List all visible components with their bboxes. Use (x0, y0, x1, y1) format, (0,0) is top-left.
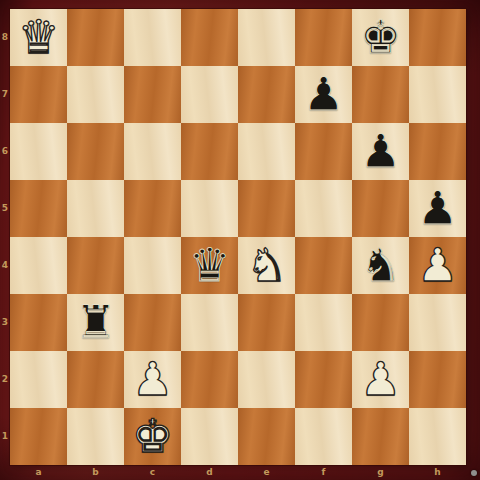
square-g6[interactable]: ♟ (352, 123, 409, 180)
black-rook[interactable]: ♜ (67, 294, 124, 351)
file-label-d: d (181, 465, 238, 480)
square-b7[interactable] (67, 66, 124, 123)
rank-label-2: 2 (0, 351, 10, 408)
file-label-b: b (67, 465, 124, 480)
square-c5[interactable] (124, 180, 181, 237)
square-c1[interactable]: ♚ (124, 408, 181, 465)
square-g3[interactable] (352, 294, 409, 351)
square-d8[interactable] (181, 9, 238, 66)
white-king[interactable]: ♚ (124, 408, 181, 465)
square-b6[interactable] (67, 123, 124, 180)
rank-label-6: 6 (0, 123, 10, 180)
square-a1[interactable] (10, 408, 67, 465)
square-e1[interactable] (238, 408, 295, 465)
file-label-f: f (295, 465, 352, 480)
square-g2[interactable]: ♟ (352, 351, 409, 408)
board-frame: ♛♚♟♟♟♛♞♞♟♜♟♟♚ 87654321 abcdefgh (0, 0, 480, 480)
square-b4[interactable] (67, 237, 124, 294)
square-f5[interactable] (295, 180, 352, 237)
square-a7[interactable] (10, 66, 67, 123)
rank-label-4: 4 (0, 237, 10, 294)
square-d6[interactable] (181, 123, 238, 180)
square-h2[interactable] (409, 351, 466, 408)
square-b8[interactable] (67, 9, 124, 66)
square-e5[interactable] (238, 180, 295, 237)
rank-label-8: 8 (0, 9, 10, 66)
black-pawn[interactable]: ♟ (409, 180, 466, 237)
black-queen[interactable]: ♛ (181, 237, 238, 294)
file-label-a: a (10, 465, 67, 480)
square-f6[interactable] (295, 123, 352, 180)
square-h7[interactable] (409, 66, 466, 123)
square-a3[interactable] (10, 294, 67, 351)
white-queen[interactable]: ♛ (10, 9, 67, 66)
square-h1[interactable] (409, 408, 466, 465)
square-f2[interactable] (295, 351, 352, 408)
square-g1[interactable] (352, 408, 409, 465)
square-h6[interactable] (409, 123, 466, 180)
file-label-e: e (238, 465, 295, 480)
rank-label-1: 1 (0, 408, 10, 465)
square-b5[interactable] (67, 180, 124, 237)
square-a2[interactable] (10, 351, 67, 408)
square-d7[interactable] (181, 66, 238, 123)
rank-label-3: 3 (0, 294, 10, 351)
square-a4[interactable] (10, 237, 67, 294)
square-d5[interactable] (181, 180, 238, 237)
square-c6[interactable] (124, 123, 181, 180)
square-h4[interactable]: ♟ (409, 237, 466, 294)
square-e3[interactable] (238, 294, 295, 351)
square-e2[interactable] (238, 351, 295, 408)
square-e4[interactable]: ♞ (238, 237, 295, 294)
square-a6[interactable] (10, 123, 67, 180)
file-label-g: g (352, 465, 409, 480)
square-c3[interactable] (124, 294, 181, 351)
black-king[interactable]: ♚ (352, 9, 409, 66)
square-b3[interactable]: ♜ (67, 294, 124, 351)
rank-label-5: 5 (0, 180, 10, 237)
rank-labels: 87654321 (0, 9, 10, 465)
square-e7[interactable] (238, 66, 295, 123)
black-knight[interactable]: ♞ (352, 237, 409, 294)
square-f3[interactable] (295, 294, 352, 351)
square-g5[interactable] (352, 180, 409, 237)
white-pawn[interactable]: ♟ (124, 351, 181, 408)
square-d2[interactable] (181, 351, 238, 408)
file-label-h: h (409, 465, 466, 480)
file-labels: abcdefgh (10, 465, 466, 480)
white-pawn[interactable]: ♟ (352, 351, 409, 408)
square-g4[interactable]: ♞ (352, 237, 409, 294)
square-d3[interactable] (181, 294, 238, 351)
square-a5[interactable] (10, 180, 67, 237)
square-f7[interactable]: ♟ (295, 66, 352, 123)
square-h3[interactable] (409, 294, 466, 351)
rank-label-7: 7 (0, 66, 10, 123)
square-b1[interactable] (67, 408, 124, 465)
square-g7[interactable] (352, 66, 409, 123)
square-a8[interactable]: ♛ (10, 9, 67, 66)
square-c4[interactable] (124, 237, 181, 294)
square-h8[interactable] (409, 9, 466, 66)
corner-logo-dot (471, 470, 477, 476)
square-g8[interactable]: ♚ (352, 9, 409, 66)
square-h5[interactable]: ♟ (409, 180, 466, 237)
black-pawn[interactable]: ♟ (352, 123, 409, 180)
square-d4[interactable]: ♛ (181, 237, 238, 294)
square-c8[interactable] (124, 9, 181, 66)
square-d1[interactable] (181, 408, 238, 465)
square-f1[interactable] (295, 408, 352, 465)
square-f8[interactable] (295, 9, 352, 66)
square-f4[interactable] (295, 237, 352, 294)
white-knight[interactable]: ♞ (238, 237, 295, 294)
square-c2[interactable]: ♟ (124, 351, 181, 408)
square-b2[interactable] (67, 351, 124, 408)
square-c7[interactable] (124, 66, 181, 123)
file-label-c: c (124, 465, 181, 480)
board: ♛♚♟♟♟♛♞♞♟♜♟♟♚ (10, 9, 466, 465)
square-e8[interactable] (238, 9, 295, 66)
square-e6[interactable] (238, 123, 295, 180)
black-pawn[interactable]: ♟ (295, 66, 352, 123)
white-pawn[interactable]: ♟ (409, 237, 466, 294)
